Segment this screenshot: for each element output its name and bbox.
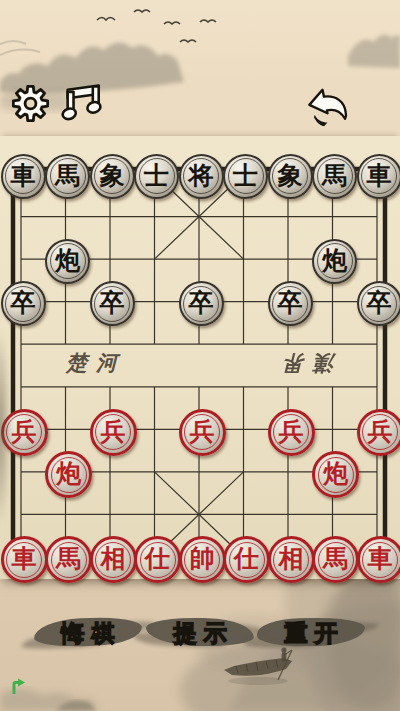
piece-character: 卒 <box>278 290 303 315</box>
piece-character: 兵 <box>368 419 393 444</box>
piece-character: 帥 <box>190 546 215 571</box>
piece-red-elephant-g1[interactable]: 相 <box>268 536 315 583</box>
piece-character: 馬 <box>56 546 81 571</box>
xiangqi-game-screen: { "game": "xiangqi", "position": { "fen"… <box>0 0 400 711</box>
piece-character: 仕 <box>145 546 170 571</box>
piece-red-general-e1[interactable]: 帥 <box>179 536 226 583</box>
piece-character: 象 <box>278 163 303 188</box>
piece-character: 卒 <box>367 290 392 315</box>
piece-black-soldier-a7[interactable]: 卒 <box>1 281 46 326</box>
river-label-right: 漢界 <box>266 349 346 377</box>
piece-red-soldier-c4[interactable]: 兵 <box>90 409 137 456</box>
piece-character: 車 <box>367 163 392 188</box>
piece-character: 兵 <box>101 419 126 444</box>
undo-button[interactable] <box>305 85 351 127</box>
undo-move-label: 悔棋 <box>55 618 122 649</box>
undo-arrow-icon <box>307 86 348 127</box>
music-toggle-button[interactable] <box>58 80 103 123</box>
river-label-left: 楚河 <box>56 349 136 377</box>
restart-label: 重开 <box>278 618 345 649</box>
piece-character: 相 <box>279 546 304 571</box>
piece-character: 士 <box>144 163 169 188</box>
piece-black-soldier-c7[interactable]: 卒 <box>90 281 135 326</box>
piece-black-chariot-a10[interactable]: 車 <box>1 154 46 199</box>
piece-red-soldier-g4[interactable]: 兵 <box>268 409 315 456</box>
piece-black-elephant-g10[interactable]: 象 <box>268 154 313 199</box>
gear-hub <box>25 98 36 109</box>
piece-character: 車 <box>368 546 393 571</box>
piece-character: 車 <box>12 546 37 571</box>
piece-black-soldier-i7[interactable]: 卒 <box>357 281 400 326</box>
piece-character: 炮 <box>56 461 81 486</box>
piece-black-advisor-d10[interactable]: 士 <box>134 154 179 199</box>
piece-character: 象 <box>100 163 125 188</box>
piece-red-chariot-a1[interactable]: 車 <box>1 536 48 583</box>
piece-character: 卒 <box>189 290 214 315</box>
hint-label: 提示 <box>167 618 234 649</box>
undo-move-button[interactable]: 悔棋 <box>26 614 150 652</box>
piece-black-soldier-g7[interactable]: 卒 <box>268 281 313 326</box>
piece-character: 馬 <box>55 163 80 188</box>
settings-button[interactable] <box>12 85 49 122</box>
piece-black-soldier-e7[interactable]: 卒 <box>179 281 224 326</box>
piece-black-horse-b10[interactable]: 馬 <box>45 154 90 199</box>
piece-red-soldier-e4[interactable]: 兵 <box>179 409 226 456</box>
music-note-icon <box>61 85 101 120</box>
piece-black-cannon-b8[interactable]: 炮 <box>45 239 90 284</box>
piece-character: 兵 <box>12 419 37 444</box>
hint-button[interactable]: 提示 <box>138 614 262 652</box>
piece-character: 馬 <box>323 546 348 571</box>
piece-red-soldier-a4[interactable]: 兵 <box>1 409 48 456</box>
piece-character: 車 <box>11 163 36 188</box>
xiangqi-board[interactable]: 楚河 漢界 車馬象士将士象馬車炮炮卒卒卒卒卒兵兵兵兵兵炮炮車馬相仕帥仕相馬車 <box>0 136 400 579</box>
piece-black-cannon-h8[interactable]: 炮 <box>312 239 357 284</box>
piece-red-soldier-i4[interactable]: 兵 <box>357 409 400 456</box>
piece-black-horse-h10[interactable]: 馬 <box>312 154 357 199</box>
piece-character: 士 <box>233 163 258 188</box>
piece-character: 相 <box>101 546 126 571</box>
piece-black-elephant-c10[interactable]: 象 <box>90 154 135 199</box>
green-corner-mark <box>11 678 26 695</box>
piece-black-chariot-i10[interactable]: 車 <box>357 154 400 199</box>
piece-character: 馬 <box>322 163 347 188</box>
restart-button[interactable]: 重开 <box>249 614 373 652</box>
piece-black-advisor-f10[interactable]: 士 <box>223 154 268 199</box>
piece-black-general-e10[interactable]: 将 <box>179 154 224 199</box>
piece-character: 兵 <box>190 419 215 444</box>
piece-character: 炮 <box>322 248 347 273</box>
piece-red-elephant-c1[interactable]: 相 <box>90 536 137 583</box>
piece-character: 卒 <box>11 290 36 315</box>
piece-character: 将 <box>189 163 214 188</box>
piece-character: 卒 <box>100 290 125 315</box>
piece-character: 兵 <box>279 419 304 444</box>
piece-character: 炮 <box>323 461 348 486</box>
piece-character: 仕 <box>234 546 259 571</box>
piece-character: 炮 <box>55 248 80 273</box>
